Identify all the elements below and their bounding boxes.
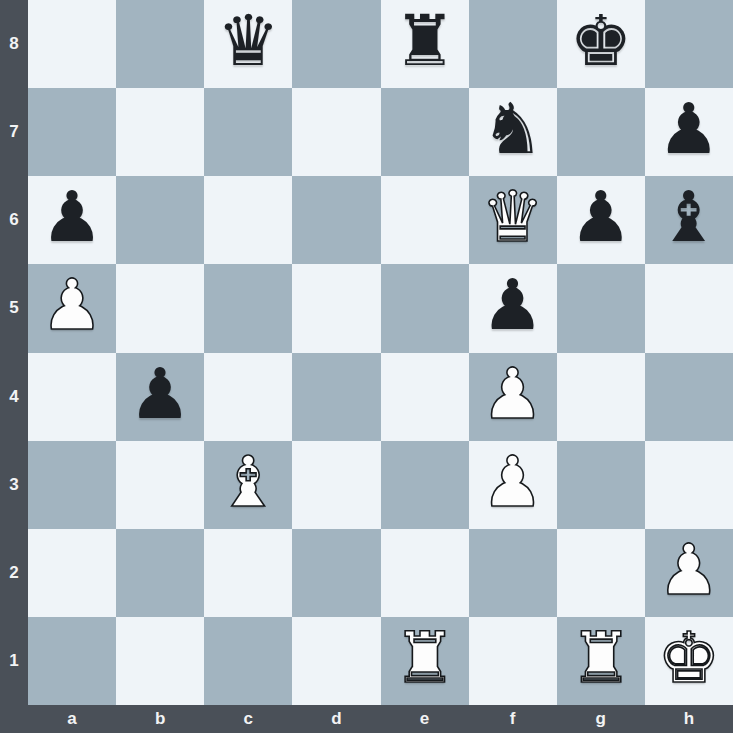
square-d6[interactable] xyxy=(292,176,380,264)
square-a8[interactable] xyxy=(28,0,116,88)
square-f2[interactable] xyxy=(469,529,557,617)
square-a7[interactable] xyxy=(28,88,116,176)
rank-label-5: 5 xyxy=(0,264,28,352)
square-g7[interactable] xyxy=(557,88,645,176)
square-g2[interactable] xyxy=(557,529,645,617)
square-h2[interactable]: ♟ xyxy=(645,529,733,617)
square-b7[interactable] xyxy=(116,88,204,176)
piece-black-pawn-f5[interactable]: ♟ xyxy=(481,270,544,340)
square-f1[interactable] xyxy=(469,617,557,705)
square-e4[interactable] xyxy=(381,353,469,441)
piece-black-pawn-b4[interactable]: ♟ xyxy=(129,359,192,429)
square-b1[interactable] xyxy=(116,617,204,705)
square-e6[interactable] xyxy=(381,176,469,264)
piece-white-pawn-f3[interactable]: ♟ xyxy=(481,447,544,517)
piece-white-king-h1[interactable]: ♚ xyxy=(658,623,721,693)
square-h7[interactable]: ♟ xyxy=(645,88,733,176)
square-g5[interactable] xyxy=(557,264,645,352)
square-b4[interactable]: ♟ xyxy=(116,353,204,441)
piece-black-pawn-h7[interactable]: ♟ xyxy=(658,94,721,164)
square-a1[interactable] xyxy=(28,617,116,705)
square-h3[interactable] xyxy=(645,441,733,529)
square-h6[interactable]: ♝ xyxy=(645,176,733,264)
chess-board-widget: 87654321 ♛♜♚♞♟♟♛♟♝♟♟♟♟♝♟♟♜♜♚ abcdefgh xyxy=(0,0,733,733)
square-b6[interactable] xyxy=(116,176,204,264)
square-g3[interactable] xyxy=(557,441,645,529)
rank-label-8: 8 xyxy=(0,0,28,88)
piece-white-pawn-f4[interactable]: ♟ xyxy=(481,359,544,429)
piece-white-bishop-c3[interactable]: ♝ xyxy=(217,447,280,517)
square-d7[interactable] xyxy=(292,88,380,176)
square-a5[interactable]: ♟ xyxy=(28,264,116,352)
square-f3[interactable]: ♟ xyxy=(469,441,557,529)
square-c5[interactable] xyxy=(204,264,292,352)
square-b5[interactable] xyxy=(116,264,204,352)
square-e5[interactable] xyxy=(381,264,469,352)
file-labels: abcdefgh xyxy=(28,705,733,733)
square-f4[interactable]: ♟ xyxy=(469,353,557,441)
square-e1[interactable]: ♜ xyxy=(381,617,469,705)
square-a3[interactable] xyxy=(28,441,116,529)
square-h4[interactable] xyxy=(645,353,733,441)
rank-label-1: 1 xyxy=(0,617,28,705)
rank-label-4: 4 xyxy=(0,353,28,441)
piece-black-pawn-a6[interactable]: ♟ xyxy=(41,182,104,252)
square-d8[interactable] xyxy=(292,0,380,88)
square-h5[interactable] xyxy=(645,264,733,352)
square-c2[interactable] xyxy=(204,529,292,617)
square-f7[interactable]: ♞ xyxy=(469,88,557,176)
square-d1[interactable] xyxy=(292,617,380,705)
square-d5[interactable] xyxy=(292,264,380,352)
square-b3[interactable] xyxy=(116,441,204,529)
file-label-c: c xyxy=(204,705,292,733)
square-a4[interactable] xyxy=(28,353,116,441)
piece-black-bishop-h6[interactable]: ♝ xyxy=(658,182,721,252)
piece-white-rook-e1[interactable]: ♜ xyxy=(393,623,456,693)
square-d4[interactable] xyxy=(292,353,380,441)
square-e8[interactable]: ♜ xyxy=(381,0,469,88)
piece-white-pawn-h2[interactable]: ♟ xyxy=(658,535,721,605)
square-b2[interactable] xyxy=(116,529,204,617)
rank-label-7: 7 xyxy=(0,88,28,176)
file-label-g: g xyxy=(557,705,645,733)
piece-white-queen-f6[interactable]: ♛ xyxy=(481,182,544,252)
square-f5[interactable]: ♟ xyxy=(469,264,557,352)
square-c3[interactable]: ♝ xyxy=(204,441,292,529)
square-f6[interactable]: ♛ xyxy=(469,176,557,264)
square-d2[interactable] xyxy=(292,529,380,617)
square-g6[interactable]: ♟ xyxy=(557,176,645,264)
file-label-b: b xyxy=(116,705,204,733)
file-label-e: e xyxy=(381,705,469,733)
square-g4[interactable] xyxy=(557,353,645,441)
square-c1[interactable] xyxy=(204,617,292,705)
square-d3[interactable] xyxy=(292,441,380,529)
file-label-f: f xyxy=(469,705,557,733)
piece-white-pawn-a5[interactable]: ♟ xyxy=(41,270,104,340)
piece-black-rook-e8[interactable]: ♜ xyxy=(393,6,456,76)
square-c4[interactable] xyxy=(204,353,292,441)
square-b8[interactable] xyxy=(116,0,204,88)
rank-labels: 87654321 xyxy=(0,0,28,705)
file-label-d: d xyxy=(292,705,380,733)
rank-label-3: 3 xyxy=(0,441,28,529)
square-g8[interactable]: ♚ xyxy=(557,0,645,88)
file-label-h: h xyxy=(645,705,733,733)
square-e2[interactable] xyxy=(381,529,469,617)
rank-label-6: 6 xyxy=(0,176,28,264)
file-label-a: a xyxy=(28,705,116,733)
piece-black-king-g8[interactable]: ♚ xyxy=(569,6,632,76)
square-e3[interactable] xyxy=(381,441,469,529)
square-a6[interactable]: ♟ xyxy=(28,176,116,264)
square-c6[interactable] xyxy=(204,176,292,264)
piece-black-pawn-g6[interactable]: ♟ xyxy=(569,182,632,252)
square-e7[interactable] xyxy=(381,88,469,176)
square-h1[interactable]: ♚ xyxy=(645,617,733,705)
square-h8[interactable] xyxy=(645,0,733,88)
piece-white-rook-g1[interactable]: ♜ xyxy=(569,623,632,693)
chess-board: ♛♜♚♞♟♟♛♟♝♟♟♟♟♝♟♟♜♜♚ xyxy=(28,0,733,705)
square-c8[interactable]: ♛ xyxy=(204,0,292,88)
square-c7[interactable] xyxy=(204,88,292,176)
square-g1[interactable]: ♜ xyxy=(557,617,645,705)
square-a2[interactable] xyxy=(28,529,116,617)
rank-label-2: 2 xyxy=(0,529,28,617)
piece-black-knight-f7[interactable]: ♞ xyxy=(481,94,544,164)
square-f8[interactable] xyxy=(469,0,557,88)
piece-black-queen-c8[interactable]: ♛ xyxy=(217,6,280,76)
